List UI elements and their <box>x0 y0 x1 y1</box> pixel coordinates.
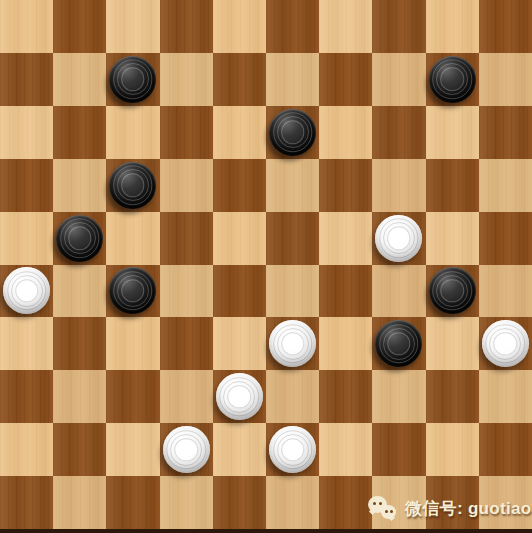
watermark: 微信号: guotiao8 <box>366 493 532 523</box>
piece-ring <box>387 226 411 250</box>
piece-ring <box>223 381 255 413</box>
square-r8c0[interactable] <box>0 423 53 476</box>
white-piece[interactable] <box>269 426 316 473</box>
square-r2c7[interactable] <box>372 106 425 159</box>
square-r5c3[interactable] <box>160 265 213 318</box>
square-r1c7[interactable] <box>372 53 425 106</box>
square-r0c4[interactable] <box>213 0 266 53</box>
watermark-text: 微信号: guotiao8 <box>405 497 532 520</box>
piece-ring <box>273 324 312 363</box>
square-r9c4[interactable] <box>213 476 266 529</box>
square-r6c1[interactable] <box>53 317 106 370</box>
piece-ring <box>436 275 468 307</box>
square-r2c5[interactable] <box>266 106 319 159</box>
square-r7c4[interactable] <box>213 370 266 423</box>
square-r7c5[interactable] <box>266 370 319 423</box>
piece-ring <box>121 279 145 303</box>
white-piece[interactable] <box>3 267 50 314</box>
wechat-icon <box>366 493 400 523</box>
square-r4c9[interactable] <box>479 212 532 265</box>
square-r4c4[interactable] <box>213 212 266 265</box>
piece-ring <box>64 222 96 254</box>
piece-ring <box>117 169 149 201</box>
square-r1c8[interactable] <box>426 53 479 106</box>
square-r2c2[interactable] <box>106 106 159 159</box>
draughts-board <box>0 0 532 529</box>
square-r1c4[interactable] <box>213 53 266 106</box>
square-r5c5[interactable] <box>266 265 319 318</box>
square-r4c0[interactable] <box>0 212 53 265</box>
piece-ring <box>15 279 39 303</box>
piece-ring <box>383 328 415 360</box>
square-r4c5[interactable] <box>266 212 319 265</box>
square-r5c7[interactable] <box>372 265 425 318</box>
wechat-eye <box>385 510 388 513</box>
checkers-screenshot: 微信号: guotiao8 <box>0 0 532 533</box>
black-piece[interactable] <box>375 320 422 367</box>
piece-ring <box>273 430 312 469</box>
black-piece[interactable] <box>269 109 316 156</box>
square-r0c0[interactable] <box>0 0 53 53</box>
piece-ring <box>121 173 145 197</box>
square-r6c9[interactable] <box>479 317 532 370</box>
square-r5c2[interactable] <box>106 265 159 318</box>
square-r0c7[interactable] <box>372 0 425 53</box>
square-r3c5[interactable] <box>266 159 319 212</box>
piece-ring <box>281 332 305 356</box>
square-r4c1[interactable] <box>53 212 106 265</box>
square-r9c1[interactable] <box>53 476 106 529</box>
black-piece[interactable] <box>109 267 156 314</box>
square-r7c0[interactable] <box>0 370 53 423</box>
black-piece[interactable] <box>429 267 476 314</box>
square-r9c5[interactable] <box>266 476 319 529</box>
square-r0c1[interactable] <box>53 0 106 53</box>
square-r6c5[interactable] <box>266 317 319 370</box>
square-r8c6[interactable] <box>319 423 372 476</box>
piece-ring <box>228 385 252 409</box>
square-r7c8[interactable] <box>426 370 479 423</box>
square-r5c8[interactable] <box>426 265 479 318</box>
square-r6c2[interactable] <box>106 317 159 370</box>
square-r3c9[interactable] <box>479 159 532 212</box>
square-r4c6[interactable] <box>319 212 372 265</box>
black-piece[interactable] <box>429 56 476 103</box>
black-piece[interactable] <box>56 215 103 262</box>
piece-ring <box>281 438 305 462</box>
square-r5c6[interactable] <box>319 265 372 318</box>
piece-ring <box>166 430 205 469</box>
piece-ring <box>273 113 312 152</box>
square-r4c3[interactable] <box>160 212 213 265</box>
square-r6c3[interactable] <box>160 317 213 370</box>
square-r7c2[interactable] <box>106 370 159 423</box>
square-r7c9[interactable] <box>479 370 532 423</box>
square-r1c1[interactable] <box>53 53 106 106</box>
square-r7c1[interactable] <box>53 370 106 423</box>
square-r1c2[interactable] <box>106 53 159 106</box>
square-r0c8[interactable] <box>426 0 479 53</box>
white-piece[interactable] <box>216 373 263 420</box>
square-r1c3[interactable] <box>160 53 213 106</box>
piece-ring <box>387 332 411 356</box>
piece-ring <box>121 68 145 92</box>
square-r3c4[interactable] <box>213 159 266 212</box>
square-r7c6[interactable] <box>319 370 372 423</box>
square-r9c0[interactable] <box>0 476 53 529</box>
piece-ring <box>440 68 464 92</box>
piece-ring <box>113 165 152 204</box>
piece-ring <box>277 328 309 360</box>
square-r4c7[interactable] <box>372 212 425 265</box>
piece-ring <box>277 434 309 466</box>
piece-ring <box>277 116 309 148</box>
square-r8c5[interactable] <box>266 423 319 476</box>
square-r6c7[interactable] <box>372 317 425 370</box>
square-r6c4[interactable] <box>213 317 266 370</box>
piece-ring <box>11 275 43 307</box>
square-r8c3[interactable] <box>160 423 213 476</box>
piece-ring <box>117 275 149 307</box>
white-piece[interactable] <box>375 215 422 262</box>
square-r3c0[interactable] <box>0 159 53 212</box>
square-r6c8[interactable] <box>426 317 479 370</box>
square-r0c2[interactable] <box>106 0 159 53</box>
piece-ring <box>220 377 259 416</box>
square-r2c9[interactable] <box>479 106 532 159</box>
square-r2c1[interactable] <box>53 106 106 159</box>
square-r2c6[interactable] <box>319 106 372 159</box>
square-r8c4[interactable] <box>213 423 266 476</box>
piece-ring <box>113 271 152 310</box>
piece-ring <box>174 438 198 462</box>
square-r1c0[interactable] <box>0 53 53 106</box>
piece-ring <box>440 279 464 303</box>
wechat-bubble-tail <box>369 508 376 515</box>
square-r8c2[interactable] <box>106 423 159 476</box>
square-r9c2[interactable] <box>106 476 159 529</box>
square-r8c7[interactable] <box>372 423 425 476</box>
piece-ring <box>60 218 99 257</box>
wechat-bubble-small <box>381 505 396 519</box>
square-r4c2[interactable] <box>106 212 159 265</box>
black-piece[interactable] <box>109 162 156 209</box>
square-r4c8[interactable] <box>426 212 479 265</box>
square-r5c9[interactable] <box>479 265 532 318</box>
piece-ring <box>436 63 468 95</box>
piece-ring <box>432 60 471 99</box>
piece-ring <box>379 218 418 257</box>
square-r3c1[interactable] <box>53 159 106 212</box>
square-r2c4[interactable] <box>213 106 266 159</box>
square-r8c9[interactable] <box>479 423 532 476</box>
white-piece[interactable] <box>163 426 210 473</box>
square-r0c3[interactable] <box>160 0 213 53</box>
piece-ring <box>486 324 525 363</box>
piece-ring <box>117 63 149 95</box>
square-r3c3[interactable] <box>160 159 213 212</box>
piece-ring <box>113 60 152 99</box>
square-r3c6[interactable] <box>319 159 372 212</box>
piece-ring <box>494 332 518 356</box>
square-r5c4[interactable] <box>213 265 266 318</box>
square-r2c8[interactable] <box>426 106 479 159</box>
piece-ring <box>432 271 471 310</box>
square-r9c6[interactable] <box>319 476 372 529</box>
board-bottom-edge <box>0 529 532 533</box>
square-r3c2[interactable] <box>106 159 159 212</box>
square-r0c5[interactable] <box>266 0 319 53</box>
wechat-bubble-tail <box>388 514 395 521</box>
wechat-eye <box>379 502 382 505</box>
square-r6c0[interactable] <box>0 317 53 370</box>
square-r9c3[interactable] <box>160 476 213 529</box>
piece-ring <box>68 226 92 250</box>
square-r7c7[interactable] <box>372 370 425 423</box>
square-r5c0[interactable] <box>0 265 53 318</box>
square-r3c7[interactable] <box>372 159 425 212</box>
white-piece[interactable] <box>482 320 529 367</box>
wechat-eye <box>390 510 393 513</box>
square-r8c8[interactable] <box>426 423 479 476</box>
piece-ring <box>383 222 415 254</box>
square-r7c3[interactable] <box>160 370 213 423</box>
square-r8c1[interactable] <box>53 423 106 476</box>
piece-ring <box>379 324 418 363</box>
piece-ring <box>170 434 202 466</box>
square-r3c8[interactable] <box>426 159 479 212</box>
white-piece[interactable] <box>269 320 316 367</box>
square-r0c9[interactable] <box>479 0 532 53</box>
black-piece[interactable] <box>109 56 156 103</box>
square-r5c1[interactable] <box>53 265 106 318</box>
square-r1c9[interactable] <box>479 53 532 106</box>
square-r1c6[interactable] <box>319 53 372 106</box>
piece-ring <box>281 120 305 144</box>
piece-ring <box>7 271 46 310</box>
square-r1c5[interactable] <box>266 53 319 106</box>
wechat-eye <box>373 502 376 505</box>
piece-ring <box>489 328 521 360</box>
square-r0c6[interactable] <box>319 0 372 53</box>
square-r6c6[interactable] <box>319 317 372 370</box>
square-r2c0[interactable] <box>0 106 53 159</box>
square-r2c3[interactable] <box>160 106 213 159</box>
